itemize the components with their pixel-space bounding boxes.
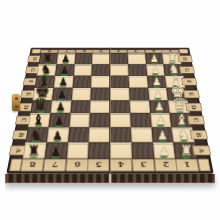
rank-label-far-5: 5 (93, 50, 110, 53)
square-a8: ♜ (23, 143, 47, 159)
chess-board: 87654321H♜♟♟♜HG♞♟♟♞GF♝♟♟♝FE♚♟♟♚ED♛♟♟♛DC♝… (9, 22, 211, 186)
square-b5 (89, 128, 110, 143)
white-pawn: ♟ (155, 102, 165, 113)
square-d6 (70, 100, 91, 113)
white-rook: ♜ (180, 143, 193, 157)
brass-latch (12, 94, 20, 111)
black-knight: ♞ (30, 128, 42, 142)
frame-corner (197, 159, 211, 172)
square-h6 (74, 54, 92, 65)
square-a3 (131, 143, 154, 159)
rank-label-far-3: 3 (127, 50, 145, 53)
square-g2: ♟ (146, 64, 165, 75)
square-h2: ♟ (145, 54, 164, 65)
rank-label-near-6: 6 (65, 159, 88, 172)
square-e3 (129, 88, 149, 101)
rank-label-near-3: 3 (132, 159, 155, 172)
square-e2: ♟ (148, 88, 168, 101)
square-a6 (66, 143, 89, 159)
square-h5 (92, 54, 110, 65)
rank-label-near-7: 7 (43, 159, 66, 172)
square-c6 (69, 114, 90, 128)
black-rook: ♜ (27, 143, 40, 157)
square-b4 (110, 128, 131, 143)
square-h7: ♟ (56, 54, 75, 65)
square-d3 (129, 100, 150, 113)
square-c4 (110, 114, 131, 128)
white-pawn: ♟ (159, 145, 170, 157)
square-f5 (91, 76, 110, 88)
white-pawn: ♟ (154, 89, 164, 100)
board-front-edge (5, 174, 215, 184)
square-h3 (127, 54, 145, 65)
square-b2: ♟ (151, 128, 173, 143)
rank-label-near-8: 8 (20, 159, 44, 172)
black-pawn: ♟ (60, 65, 69, 75)
board-3d-surface: 87654321H♜♟♟♜HG♞♟♟♞GF♝♟♟♝FE♚♟♟♚ED♛♟♟♛DC♝… (6, 48, 213, 174)
square-c5 (89, 114, 110, 128)
white-pawn: ♟ (152, 76, 161, 86)
square-a7: ♟ (44, 143, 67, 159)
square-a2: ♟ (152, 143, 175, 159)
file-label-right-a: A (192, 146, 211, 156)
square-d7: ♟ (50, 100, 71, 113)
black-pawn: ♟ (57, 89, 67, 100)
square-e7: ♟ (52, 88, 72, 101)
square-a4 (110, 143, 132, 159)
rank-label-near-4: 4 (110, 159, 132, 172)
white-knight: ♞ (178, 128, 190, 142)
square-c3 (130, 114, 151, 128)
square-a5 (88, 143, 110, 159)
square-g7: ♟ (55, 64, 74, 75)
black-pawn: ♟ (61, 54, 70, 64)
square-e6 (71, 88, 91, 101)
black-bishop: ♝ (32, 112, 45, 127)
square-d4 (110, 100, 130, 113)
square-h4 (110, 54, 128, 65)
white-pawn: ♟ (150, 54, 159, 64)
rank-label-far-4: 4 (110, 50, 127, 53)
white-pawn: ♟ (156, 115, 166, 126)
file-label-right-b: B (190, 130, 208, 139)
black-pawn: ♟ (52, 130, 63, 142)
square-f6 (72, 76, 91, 88)
rank-label-near-1: 1 (176, 159, 200, 172)
rank-label-near-2: 2 (154, 159, 177, 172)
black-pawn: ♟ (55, 102, 65, 113)
square-b6 (68, 128, 90, 143)
white-pawn: ♟ (151, 65, 160, 75)
black-pawn: ♟ (58, 76, 67, 86)
square-b7: ♟ (46, 128, 68, 143)
square-b8: ♞ (25, 128, 48, 143)
square-e5 (91, 88, 110, 101)
square-f4 (110, 76, 129, 88)
square-c7: ♟ (48, 114, 70, 128)
square-b3 (131, 128, 153, 143)
square-f7: ♟ (53, 76, 73, 88)
square-d5 (90, 100, 110, 113)
square-g4 (110, 64, 128, 75)
square-g6 (73, 64, 92, 75)
square-g5 (92, 64, 110, 75)
frame-corner (179, 49, 189, 54)
square-e4 (110, 88, 129, 101)
black-pawn: ♟ (50, 145, 61, 157)
black-pawn: ♟ (54, 115, 64, 126)
white-pawn: ♟ (158, 130, 169, 142)
square-f2: ♟ (147, 76, 167, 88)
file-label-right-c: C (187, 116, 205, 125)
photo-background: 87654321H♜♟♟♜HG♞♟♟♞GF♝♟♟♝FE♚♟♟♚ED♛♟♟♛DC♝… (0, 0, 220, 220)
square-g3 (128, 64, 147, 75)
square-c8: ♝ (28, 114, 50, 128)
square-f3 (128, 76, 147, 88)
white-bishop: ♝ (175, 112, 188, 127)
file-label-right-d: D (185, 103, 202, 111)
rank-label-near-5: 5 (88, 159, 110, 172)
square-d2: ♟ (149, 100, 170, 113)
square-c2: ♟ (150, 114, 172, 128)
rank-label-far-6: 6 (75, 50, 93, 53)
